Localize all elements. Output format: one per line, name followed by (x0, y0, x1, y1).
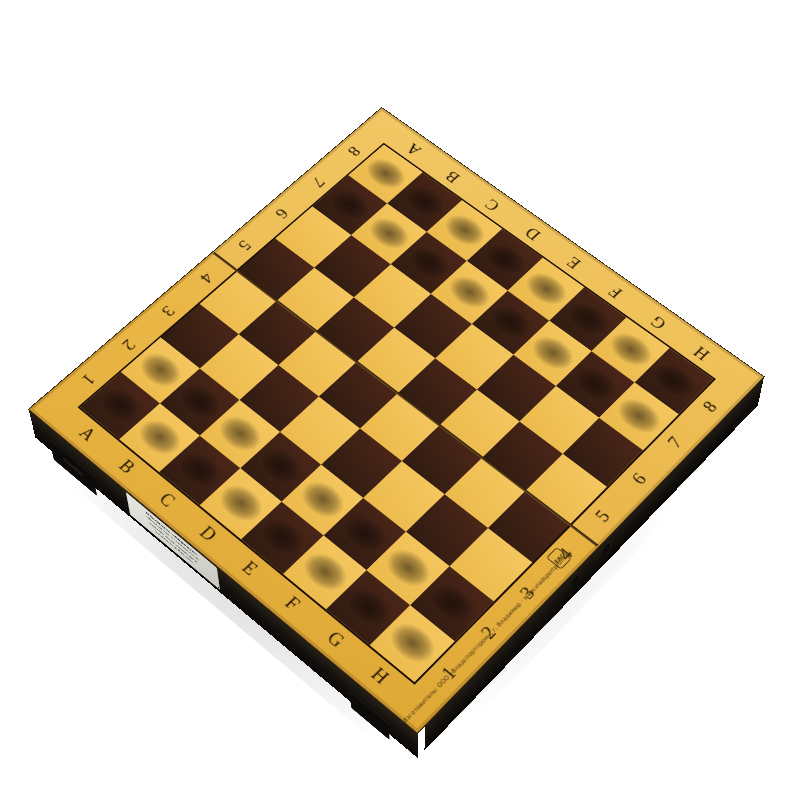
rook-glyph: ♜ (355, 519, 470, 648)
pawn-glyph: ♟ (594, 319, 684, 420)
square-g5 (482, 421, 562, 490)
square-f5 (440, 390, 520, 458)
chess-board: ABCDEFGH ABCDEFGH 87654321 87654321 ♜♞♝♛… (28, 107, 765, 734)
queen-finial (496, 0, 513, 12)
board-grid: ♜♞♝♛♚✚♝♞♜♟♟♟♟♟♟♟♟♟♟♟♟♟♟♟♟♜♞♝♛♚✚♝♞♜ (80, 145, 713, 682)
hinge-knob (571, 572, 580, 589)
king-cross-finial: ✚ (532, 1, 560, 34)
hinge-knob (603, 540, 612, 557)
photo-scene: ABCDEFGH ABCDEFGH 87654321 87654321 ♜♞♝♛… (0, 0, 800, 800)
king-cross-finial: ✚ (267, 228, 297, 264)
square-e5 (398, 358, 477, 425)
